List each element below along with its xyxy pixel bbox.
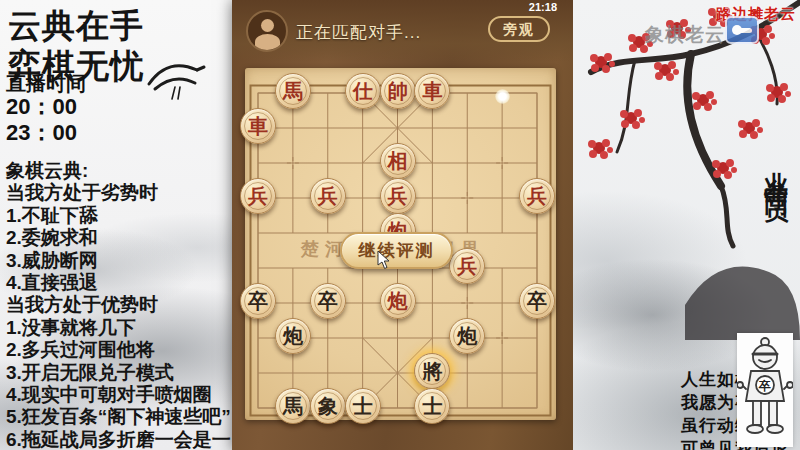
pawn-mascot: 卒 bbox=[737, 333, 793, 447]
piece-red-相[interactable]: 相 bbox=[380, 143, 416, 179]
mascot-badge-char: 卒 bbox=[758, 379, 771, 393]
piece-black-馬[interactable]: 馬 bbox=[275, 388, 311, 424]
matching-status: 正在匹配对手... bbox=[296, 21, 421, 44]
continue-eval-button[interactable]: 继续评测 bbox=[340, 232, 453, 269]
watermark-text: 象棋老云 bbox=[645, 22, 725, 48]
app-topbar: 正在匹配对手... 旁观 21:18 bbox=[232, 0, 573, 62]
avatar-person-icon bbox=[261, 19, 274, 32]
right-art-panel: 路边摊老云 象棋老云 业叁守門员 人生如棋 我愿为卒 虽行动缓慢 可曾见我后退半… bbox=[573, 0, 800, 450]
piece-red-兵[interactable]: 兵 bbox=[380, 178, 416, 214]
opponent-avatar[interactable] bbox=[246, 10, 288, 52]
live-time-end: 23：00 bbox=[6, 118, 77, 148]
piece-red-兵[interactable]: 兵 bbox=[310, 178, 346, 214]
piece-red-車[interactable]: 車 bbox=[240, 108, 276, 144]
piece-red-馬[interactable]: 馬 bbox=[275, 73, 311, 109]
piece-red-兵[interactable]: 兵 bbox=[240, 178, 276, 214]
move-indicator-dot bbox=[495, 89, 510, 104]
tips-list: 象棋云典: 当我方处于劣势时 1.不耻下舔 2.委婉求和 3.威胁断网 4.直接… bbox=[6, 160, 232, 450]
piece-black-炮[interactable]: 炮 bbox=[449, 318, 485, 354]
piece-black-炮[interactable]: 炮 bbox=[275, 318, 311, 354]
crane-icon bbox=[145, 56, 207, 106]
piece-black-卒[interactable]: 卒 bbox=[519, 283, 555, 319]
piece-black-卒[interactable]: 卒 bbox=[310, 283, 346, 319]
piece-black-卒[interactable]: 卒 bbox=[240, 283, 276, 319]
piece-red-仕[interactable]: 仕 bbox=[345, 73, 381, 109]
system-clock: 21:18 bbox=[529, 1, 557, 13]
xiangqi-app-window: 正在匹配对手... 旁观 21:18 楚河 汉界 馬仕帥車車相兵兵兵兵炮兵炮卒卒… bbox=[232, 0, 573, 450]
left-info-panel: 云典在手 弈棋无忧 直播时间 20：00 23：00 象棋云典: 当我方处于劣势… bbox=[0, 0, 232, 450]
piece-red-炮[interactable]: 炮 bbox=[380, 283, 416, 319]
piece-black-象[interactable]: 象 bbox=[310, 388, 346, 424]
piece-red-兵[interactable]: 兵 bbox=[449, 248, 485, 284]
board[interactable]: 楚河 汉界 馬仕帥車車相兵兵兵兵炮兵炮卒卒卒炮炮將馬象士士 继续评测 bbox=[245, 68, 556, 420]
screenshot-root: 云典在手 弈棋无忧 直播时间 20：00 23：00 象棋云典: 当我方处于劣势… bbox=[0, 0, 800, 450]
watermark-logo bbox=[725, 16, 759, 44]
vertical-motto: 业叁守門员 bbox=[760, 152, 792, 187]
spectate-button[interactable]: 旁观 bbox=[488, 16, 550, 42]
piece-black-士[interactable]: 士 bbox=[345, 388, 381, 424]
piece-red-兵[interactable]: 兵 bbox=[519, 178, 555, 214]
piece-red-帥[interactable]: 帥 bbox=[380, 73, 416, 109]
